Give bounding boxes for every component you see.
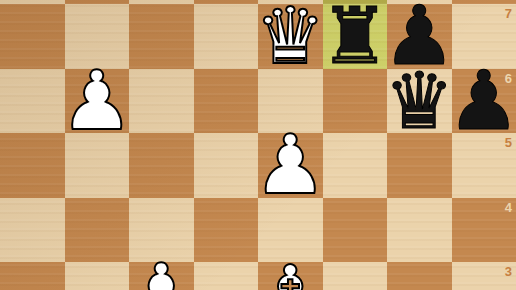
square-c6[interactable] [129, 69, 194, 134]
square-g4[interactable] [387, 198, 452, 263]
square-c3[interactable]: ♟ [129, 262, 194, 290]
square-d6[interactable] [194, 69, 259, 134]
rank-label-5: 5 [505, 136, 512, 149]
square-f5[interactable] [323, 133, 388, 198]
square-h4[interactable]: 4 [452, 198, 516, 263]
square-g3[interactable] [387, 262, 452, 290]
square-b6[interactable]: ♟ [65, 69, 130, 134]
chess-board: ♛♜♟7♟♛♟6♟54♟♝3 [0, 0, 516, 290]
square-f4[interactable] [323, 198, 388, 263]
square-d3[interactable] [194, 262, 259, 290]
square-a7[interactable] [0, 4, 65, 69]
black-rook-f7[interactable]: ♜ [320, 0, 390, 75]
square-a4[interactable] [0, 198, 65, 263]
white-pawn-e5[interactable]: ♟ [254, 124, 328, 206]
white-pawn-c3[interactable]: ♟ [125, 253, 199, 290]
square-b4[interactable] [65, 198, 130, 263]
square-a3[interactable] [0, 262, 65, 290]
square-e3[interactable]: ♝ [258, 262, 323, 290]
white-bishop-e3[interactable]: ♝ [255, 255, 325, 290]
board-viewport: ♛♜♟7♟♛♟6♟54♟♝3 [0, 0, 516, 290]
square-e5[interactable]: ♟ [258, 133, 323, 198]
square-g6[interactable]: ♛ [387, 69, 452, 134]
rank-label-7: 7 [505, 7, 512, 20]
black-queen-g6[interactable]: ♛ [384, 62, 454, 140]
square-b3[interactable] [65, 262, 130, 290]
square-d7[interactable] [194, 4, 259, 69]
square-f7[interactable]: ♜ [323, 4, 388, 69]
square-f3[interactable] [323, 262, 388, 290]
rank-label-6: 6 [505, 72, 512, 85]
square-a6[interactable] [0, 69, 65, 134]
square-h3[interactable]: 3 [452, 262, 516, 290]
square-d4[interactable] [194, 198, 259, 263]
square-h6[interactable]: ♟6 [452, 69, 516, 134]
rank-label-4: 4 [505, 201, 512, 214]
white-queen-e7[interactable]: ♛ [255, 0, 325, 75]
square-a5[interactable] [0, 133, 65, 198]
square-e7[interactable]: ♛ [258, 4, 323, 69]
rank-label-3: 3 [505, 265, 512, 278]
white-pawn-b6[interactable]: ♟ [60, 60, 134, 142]
square-d5[interactable] [194, 133, 259, 198]
square-c5[interactable] [129, 133, 194, 198]
square-c7[interactable] [129, 4, 194, 69]
